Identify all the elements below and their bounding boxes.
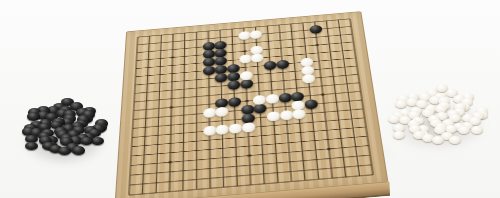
black-pile-stone: [72, 146, 85, 155]
star-point: [243, 50, 247, 52]
white-pile-stone: [471, 126, 483, 134]
go-board: [115, 11, 389, 198]
star-point: [169, 106, 173, 109]
star-point: [168, 161, 172, 164]
white-pile-stone: [393, 131, 405, 139]
white-stone-pile: [384, 80, 492, 156]
white-pile-stone: [449, 136, 461, 144]
white-pile-stone: [458, 126, 470, 134]
star-point: [171, 56, 175, 58]
go-set-photo: [0, 0, 500, 198]
star-point: [247, 154, 251, 157]
black-pile-stone: [25, 142, 38, 151]
star-point: [315, 44, 319, 46]
white-pile-stone: [395, 100, 407, 108]
star-point: [327, 148, 331, 151]
star-point: [321, 93, 325, 95]
black-stone-pile: [16, 90, 112, 170]
star-point: [245, 100, 249, 103]
board-scene: [120, 0, 372, 198]
